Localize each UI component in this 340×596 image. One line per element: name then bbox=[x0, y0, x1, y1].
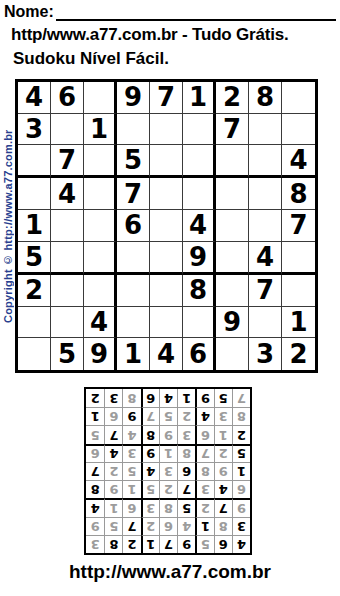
solution-cell-r6c2: 2 bbox=[214, 444, 232, 462]
puzzle-cell-r5c6: 4 bbox=[183, 210, 216, 242]
puzzle-cell-r5c7 bbox=[216, 210, 249, 242]
solution-cell-r7c5: 9 bbox=[159, 425, 177, 443]
solution-cell-r2c6: 2 bbox=[141, 517, 159, 535]
puzzle-cell-r2c5 bbox=[150, 114, 183, 146]
solution-cell-r1c6: 1 bbox=[141, 535, 159, 553]
puzzle-cell-r3c1 bbox=[18, 145, 51, 178]
solution-cell-r8c2: 3 bbox=[214, 407, 232, 425]
solution-cell-r8c7: 9 bbox=[122, 407, 140, 425]
puzzle-cell-r9c1 bbox=[18, 338, 51, 370]
puzzle-cell-r8c7: 9 bbox=[216, 307, 249, 339]
solution-cell-r3c8: 1 bbox=[104, 498, 122, 516]
puzzle-cell-r4c6 bbox=[183, 178, 216, 210]
puzzle-cell-r4c5 bbox=[150, 178, 183, 210]
puzzle-cell-r7c9 bbox=[282, 275, 315, 307]
solution-cell-r7c7: 4 bbox=[122, 425, 140, 443]
solution-cell-r5c5: 3 bbox=[159, 462, 177, 480]
puzzle-cell-r6c4 bbox=[117, 242, 150, 275]
solution-cell-r4c3: 3 bbox=[195, 480, 213, 498]
solution-cell-r3c5: 8 bbox=[159, 498, 177, 516]
solution-cell-r8c6: 7 bbox=[141, 407, 159, 425]
puzzle-cell-r5c9: 7 bbox=[282, 210, 315, 242]
solution-cell-r1c9: 3 bbox=[86, 535, 104, 553]
footer-url: http://www.a77.com.br bbox=[0, 561, 340, 583]
solution-cell-r3c2: 7 bbox=[214, 498, 232, 516]
puzzle-cell-r4c9: 8 bbox=[282, 178, 315, 210]
solution-cell-r7c8: 7 bbox=[104, 425, 122, 443]
solution-cell-r9c1: 7 bbox=[232, 389, 250, 407]
puzzle-cell-r7c8: 7 bbox=[249, 275, 282, 307]
puzzle-cell-r8c9: 1 bbox=[282, 307, 315, 339]
puzzle-cell-r1c8: 8 bbox=[249, 82, 282, 114]
solution-cell-r9c7: 8 bbox=[122, 389, 140, 407]
puzzle-cell-r2c2 bbox=[51, 114, 84, 146]
puzzle-cell-r3c4: 5 bbox=[117, 145, 150, 178]
solution-cell-r2c2: 8 bbox=[214, 517, 232, 535]
puzzle-cell-r9c3: 9 bbox=[84, 338, 117, 370]
puzzle-cell-r1c1: 4 bbox=[18, 82, 51, 114]
puzzle-cell-r6c5 bbox=[150, 242, 183, 275]
solution-cell-r5c9: 7 bbox=[86, 462, 104, 480]
solution-cell-r6c3: 7 bbox=[195, 444, 213, 462]
puzzle-cell-r7c4 bbox=[117, 275, 150, 307]
solution-cell-r8c3: 4 bbox=[195, 407, 213, 425]
solution-cell-r1c1: 4 bbox=[232, 535, 250, 553]
puzzle-cell-r6c7 bbox=[216, 242, 249, 275]
solution-cell-r1c2: 6 bbox=[214, 535, 232, 553]
puzzle-cell-r1c7: 2 bbox=[216, 82, 249, 114]
solution-cell-r1c3: 5 bbox=[195, 535, 213, 553]
puzzle-cell-r8c2 bbox=[51, 307, 84, 339]
name-label: Nome: bbox=[4, 2, 54, 21]
puzzle-cell-r4c4: 7 bbox=[117, 178, 150, 210]
solution-cell-r2c5: 6 bbox=[159, 517, 177, 535]
solution-cell-r7c3: 6 bbox=[195, 425, 213, 443]
solution-cell-r6c7: 3 bbox=[122, 444, 140, 462]
puzzle-cell-r9c8: 3 bbox=[249, 338, 282, 370]
solution-cell-r8c9: 1 bbox=[86, 407, 104, 425]
puzzle-cell-r2c4 bbox=[117, 114, 150, 146]
puzzle-cell-r6c9 bbox=[282, 242, 315, 275]
solution-cell-r3c3: 2 bbox=[195, 498, 213, 516]
puzzle-cell-r6c8: 4 bbox=[249, 242, 282, 275]
puzzle-cell-r5c8 bbox=[249, 210, 282, 242]
solution-cell-r7c4: 3 bbox=[177, 425, 195, 443]
puzzle-cell-r8c4 bbox=[117, 307, 150, 339]
solution-cell-r5c1: 1 bbox=[232, 462, 250, 480]
solution-cell-r3c1: 9 bbox=[232, 498, 250, 516]
solution-cell-r5c3: 8 bbox=[195, 462, 213, 480]
solution-cell-r3c4: 5 bbox=[177, 498, 195, 516]
solution-cell-r9c4: 1 bbox=[177, 389, 195, 407]
solution-cell-r4c5: 2 bbox=[159, 480, 177, 498]
puzzle-cell-r4c1 bbox=[18, 178, 51, 210]
solution-cell-r4c4: 7 bbox=[177, 480, 195, 498]
solution-cell-r3c6: 3 bbox=[141, 498, 159, 516]
puzzle-cell-r6c6: 9 bbox=[183, 242, 216, 275]
puzzle-cell-r2c9 bbox=[282, 114, 315, 146]
solution-cell-r6c8: 4 bbox=[104, 444, 122, 462]
solution-cell-r7c9: 5 bbox=[86, 425, 104, 443]
solution-cell-r6c5: 1 bbox=[159, 444, 177, 462]
puzzle-cell-r9c7 bbox=[216, 338, 249, 370]
puzzle-cell-r6c1: 5 bbox=[18, 242, 51, 275]
solution-cell-r2c4: 4 bbox=[177, 517, 195, 535]
solution-cell-r8c5: 5 bbox=[159, 407, 177, 425]
puzzle-cell-r7c6: 8 bbox=[183, 275, 216, 307]
puzzle-cell-r2c6 bbox=[183, 114, 216, 146]
solution-cell-r6c9: 6 bbox=[86, 444, 104, 462]
solution-cell-r6c6: 9 bbox=[141, 444, 159, 462]
solution-cell-r6c4: 8 bbox=[177, 444, 195, 462]
solution-cell-r8c4: 2 bbox=[177, 407, 195, 425]
puzzle-cell-r3c5 bbox=[150, 145, 183, 178]
puzzle-cell-r1c3 bbox=[84, 82, 117, 114]
puzzle-cell-r3c7 bbox=[216, 145, 249, 178]
solution-cell-r4c9: 8 bbox=[86, 480, 104, 498]
solution-cell-r3c9: 4 bbox=[86, 498, 104, 516]
sudoku-puzzle-grid: 469712831775447816475942874915914632 bbox=[15, 79, 318, 373]
puzzle-cell-r8c5 bbox=[150, 307, 183, 339]
name-blank-line bbox=[56, 2, 336, 21]
solution-cell-r4c8: 9 bbox=[104, 480, 122, 498]
puzzle-cell-r5c4: 6 bbox=[117, 210, 150, 242]
solution-cell-r4c7: 1 bbox=[122, 480, 140, 498]
solution-cell-r1c8: 8 bbox=[104, 535, 122, 553]
puzzle-cell-r5c5 bbox=[150, 210, 183, 242]
copyright-vertical-text: Copyright © http://www.a77.com.br bbox=[0, 80, 16, 373]
puzzle-cell-r7c7 bbox=[216, 275, 249, 307]
solution-cell-r4c2: 4 bbox=[214, 480, 232, 498]
puzzle-cell-r4c8 bbox=[249, 178, 282, 210]
solution-cell-r8c8: 6 bbox=[104, 407, 122, 425]
puzzle-cell-r1c5: 7 bbox=[150, 82, 183, 114]
puzzle-cell-r7c2 bbox=[51, 275, 84, 307]
solution-cell-r3c7: 6 bbox=[122, 498, 140, 516]
solution-cell-r6c1: 5 bbox=[232, 444, 250, 462]
solution-cell-r9c2: 5 bbox=[214, 389, 232, 407]
puzzle-cell-r2c7: 7 bbox=[216, 114, 249, 146]
solution-cell-r9c5: 4 bbox=[159, 389, 177, 407]
solution-cell-r9c6: 6 bbox=[141, 389, 159, 407]
solution-cell-r4c6: 5 bbox=[141, 480, 159, 498]
solution-cell-r7c6: 8 bbox=[141, 425, 159, 443]
solution-cell-r5c4: 6 bbox=[177, 462, 195, 480]
puzzle-cell-r8c8 bbox=[249, 307, 282, 339]
puzzle-cell-r6c3 bbox=[84, 242, 117, 275]
solution-cell-r7c2: 1 bbox=[214, 425, 232, 443]
puzzle-cell-r9c2: 5 bbox=[51, 338, 84, 370]
puzzle-cell-r1c2: 6 bbox=[51, 82, 84, 114]
solution-cell-r2c7: 7 bbox=[122, 517, 140, 535]
puzzle-cell-r9c6: 6 bbox=[183, 338, 216, 370]
puzzle-cell-r3c8 bbox=[249, 145, 282, 178]
puzzle-cell-r9c4: 1 bbox=[117, 338, 150, 370]
puzzle-cell-r3c2: 7 bbox=[51, 145, 84, 178]
puzzle-cell-r7c5 bbox=[150, 275, 183, 307]
solution-cell-r1c7: 2 bbox=[122, 535, 140, 553]
puzzle-cell-r4c3 bbox=[84, 178, 117, 210]
puzzle-cell-r6c2 bbox=[51, 242, 84, 275]
puzzle-cell-r1c4: 9 bbox=[117, 82, 150, 114]
solution-cell-r2c8: 5 bbox=[104, 517, 122, 535]
solution-cell-r5c8: 2 bbox=[104, 462, 122, 480]
puzzle-cell-r5c2 bbox=[51, 210, 84, 242]
solution-cell-r5c6: 4 bbox=[141, 462, 159, 480]
puzzle-cell-r3c3 bbox=[84, 145, 117, 178]
puzzle-cell-r4c2: 4 bbox=[51, 178, 84, 210]
solution-cell-r9c9: 2 bbox=[86, 389, 104, 407]
puzzle-cell-r7c1: 2 bbox=[18, 275, 51, 307]
sudoku-solution-grid-rotated: 4659712833814627599725836146437251981986… bbox=[84, 387, 252, 555]
puzzle-cell-r7c3 bbox=[84, 275, 117, 307]
puzzle-cell-r4c7 bbox=[216, 178, 249, 210]
puzzle-cell-r3c9: 4 bbox=[282, 145, 315, 178]
puzzle-cell-r9c9: 2 bbox=[282, 338, 315, 370]
puzzle-cell-r2c1: 3 bbox=[18, 114, 51, 146]
puzzle-cell-r8c3: 4 bbox=[84, 307, 117, 339]
puzzle-cell-r8c6 bbox=[183, 307, 216, 339]
sudoku-worksheet-page: Nome: http/www.a77.com.br - Tudo Grátis.… bbox=[0, 0, 340, 596]
solution-cell-r4c1: 6 bbox=[232, 480, 250, 498]
puzzle-cell-r2c8 bbox=[249, 114, 282, 146]
puzzle-level-title: Sudoku Nível Fácil. bbox=[13, 49, 169, 69]
solution-cell-r1c4: 9 bbox=[177, 535, 195, 553]
solution-cell-r9c8: 3 bbox=[104, 389, 122, 407]
solution-cell-r7c1: 2 bbox=[232, 425, 250, 443]
puzzle-cell-r5c3 bbox=[84, 210, 117, 242]
solution-cell-r9c3: 9 bbox=[195, 389, 213, 407]
puzzle-cell-r2c3: 1 bbox=[84, 114, 117, 146]
solution-cell-r2c1: 3 bbox=[232, 517, 250, 535]
puzzle-cell-r1c6: 1 bbox=[183, 82, 216, 114]
solution-cell-r2c9: 9 bbox=[86, 517, 104, 535]
puzzle-cell-r8c1 bbox=[18, 307, 51, 339]
puzzle-cell-r5c1: 1 bbox=[18, 210, 51, 242]
puzzle-cell-r3c6 bbox=[183, 145, 216, 178]
puzzle-cell-r1c9 bbox=[282, 82, 315, 114]
solution-cell-r2c3: 1 bbox=[195, 517, 213, 535]
solution-cell-r5c2: 9 bbox=[214, 462, 232, 480]
site-header-text: http/www.a77.com.br - Tudo Grátis. bbox=[11, 25, 289, 45]
solution-cell-r1c5: 7 bbox=[159, 535, 177, 553]
name-row: Nome: bbox=[4, 2, 336, 21]
solution-cell-r8c1: 8 bbox=[232, 407, 250, 425]
puzzle-cell-r9c5: 4 bbox=[150, 338, 183, 370]
solution-cell-r5c7: 5 bbox=[122, 462, 140, 480]
